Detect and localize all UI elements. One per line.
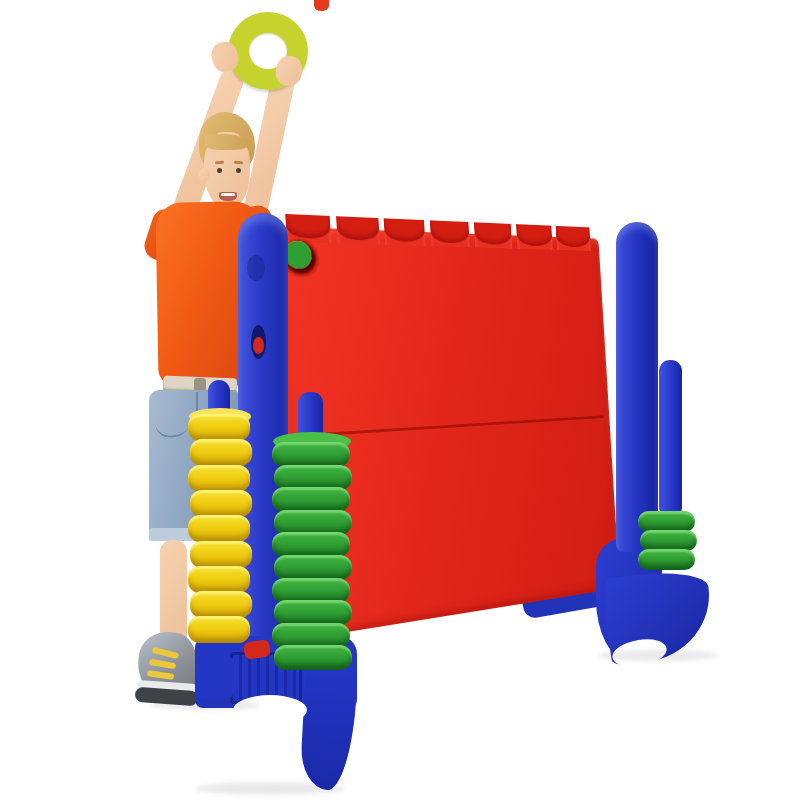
yellow-ring	[188, 566, 250, 593]
green-ring	[272, 442, 350, 467]
green-ring	[274, 555, 352, 580]
green-ring	[272, 578, 350, 603]
left-leg-arch	[233, 695, 307, 725]
green-ring	[274, 645, 352, 670]
ring-stack-green	[272, 392, 352, 670]
green-ring	[274, 465, 352, 490]
yellow-ring	[190, 490, 252, 517]
green-ring	[272, 532, 350, 557]
right-frame-post	[616, 222, 658, 552]
post-pin	[253, 337, 264, 354]
ring-stack-right	[638, 505, 698, 575]
red-mark	[314, 0, 329, 11]
green-ring	[274, 600, 352, 625]
yellow-ring	[190, 541, 252, 568]
right-ring-toss-post	[659, 360, 682, 518]
ground-shadow	[195, 782, 345, 795]
green-ring	[638, 511, 695, 532]
yellow-ring	[188, 465, 250, 492]
child-eye	[236, 168, 241, 173]
product-photo-scene	[0, 0, 800, 800]
ground-shadow	[150, 700, 260, 710]
child-ear	[199, 168, 209, 182]
ring-stack-yellow	[188, 380, 252, 644]
ground-shadow	[598, 650, 718, 661]
yellow-ring	[190, 591, 252, 618]
green-disc-r6c7	[284, 241, 312, 269]
yellow-ring	[188, 616, 250, 643]
left-leg-foot	[196, 658, 236, 704]
green-ring	[272, 487, 350, 512]
child-eye	[217, 168, 222, 173]
yellow-ring	[190, 439, 252, 466]
post-dimple	[247, 255, 265, 281]
green-ring	[272, 623, 350, 648]
left-leg-rear-foot	[299, 651, 358, 792]
green-ring	[638, 549, 695, 570]
yellow-ring	[188, 515, 250, 542]
green-ring	[274, 510, 352, 535]
child-teeth	[221, 193, 235, 196]
yellow-ring	[188, 414, 250, 441]
green-ring	[640, 530, 697, 551]
